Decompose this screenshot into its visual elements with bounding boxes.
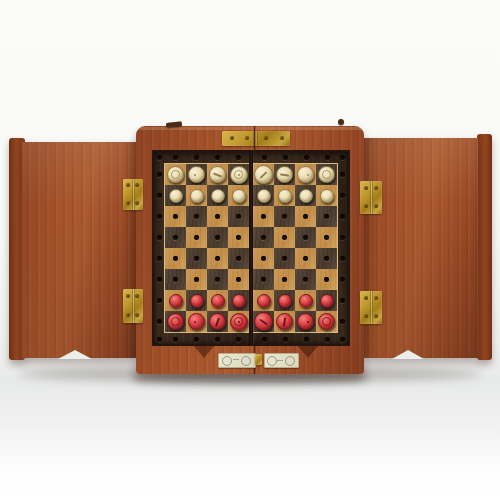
square-r2c6: [295, 206, 316, 227]
hinge-knuckle: [132, 179, 135, 210]
screw-icon: [364, 186, 368, 190]
tray-peg-hole: [262, 155, 267, 160]
square-r1c7: [316, 185, 337, 206]
square-r1c6: [295, 185, 316, 206]
square-r6c7: [316, 290, 337, 311]
square-r3c3: [228, 227, 249, 248]
screw-icon: [364, 296, 368, 300]
square-peg-hole: [215, 256, 220, 261]
square-peg-hole: [194, 214, 199, 219]
square-r5c7: [316, 269, 337, 290]
square-r4c4: [253, 248, 274, 269]
piece-red-queen: [230, 313, 248, 331]
square-r1c2: [207, 185, 228, 206]
square-r6c2: [207, 290, 228, 311]
square-peg-hole: [173, 256, 178, 261]
square-r3c4: [253, 227, 274, 248]
left-door-thumb-notch: [58, 341, 92, 359]
square-r6c5: [274, 290, 295, 311]
square-r1c4: [253, 185, 274, 206]
square-r7c0: [165, 311, 186, 332]
square-r5c6: [295, 269, 316, 290]
piece-red-rook: [318, 313, 335, 330]
tray-peg-hole: [340, 319, 345, 324]
square-r3c0: [165, 227, 186, 248]
piece-red-pawn: [257, 294, 271, 308]
square-r6c3: [228, 290, 249, 311]
square-r5c4: [253, 269, 274, 290]
tray-peg-hole: [340, 256, 345, 261]
square-r2c5: [274, 206, 295, 227]
piece-cream-pawn: [299, 189, 313, 203]
tray-peg-hole: [157, 298, 162, 303]
piece-cream-queen: [230, 166, 248, 184]
screw-icon: [364, 204, 368, 208]
square-r2c4: [253, 206, 274, 227]
tray-peg-hole: [157, 214, 162, 219]
square-peg-hole: [236, 256, 241, 261]
square-r3c1: [186, 227, 207, 248]
tray-peg-hole: [215, 337, 220, 342]
square-r4c6: [295, 248, 316, 269]
tray-peg-hole: [157, 319, 162, 324]
screw-icon: [364, 314, 368, 318]
tray-peg-hole: [340, 337, 345, 342]
square-peg-hole: [261, 277, 266, 282]
square-peg-hole: [303, 235, 308, 240]
square-peg-hole: [194, 256, 199, 261]
screw-icon: [374, 186, 378, 190]
square-peg-hole: [324, 256, 329, 261]
square-r7c6: [295, 311, 316, 332]
tray-peg-hole: [157, 235, 162, 240]
right-door-upper-hinge: [360, 181, 382, 214]
screw-icon: [135, 183, 139, 187]
square-r1c5: [274, 185, 295, 206]
square-r6c0: [165, 290, 186, 311]
square-r3c6: [295, 227, 316, 248]
piece-tray-recess: [152, 150, 350, 346]
left-door-sheen: [22, 142, 138, 358]
screw-icon: [264, 136, 268, 140]
stamp-mark: [233, 359, 239, 360]
left-door: [22, 142, 138, 358]
square-r5c2: [207, 269, 228, 290]
tray-peg-hole: [283, 155, 288, 160]
tray-peg-hole: [236, 155, 241, 160]
square-r4c2: [207, 248, 228, 269]
piece-red-pawn: [278, 294, 292, 308]
screw-icon: [374, 204, 378, 208]
square-peg-hole: [215, 235, 220, 240]
square-r4c7: [316, 248, 337, 269]
top-bar-fold-seam: [253, 126, 256, 150]
screw-icon: [135, 313, 139, 317]
square-r6c4: [253, 290, 274, 311]
right-door-sheen: [362, 138, 478, 358]
square-r2c2: [207, 206, 228, 227]
piece-red-pawn: [320, 294, 334, 308]
square-r6c1: [186, 290, 207, 311]
square-r0c0: [165, 164, 186, 185]
tray-peg-hole: [157, 256, 162, 261]
stamp-icon: [222, 356, 232, 366]
square-r7c3: [228, 311, 249, 332]
square-r4c3: [228, 248, 249, 269]
square-r0c3: [228, 164, 249, 185]
square-peg-hole: [324, 214, 329, 219]
piece-cream-rook: [167, 166, 184, 183]
stamp-icon: [241, 356, 251, 366]
square-peg-hole: [173, 277, 178, 282]
square-peg-hole: [303, 256, 308, 261]
square-r7c2: [207, 311, 228, 332]
right-door-thumb-notch: [392, 341, 424, 359]
right-door-lower-hinge: [360, 291, 382, 324]
square-peg-hole: [282, 235, 287, 240]
screw-icon: [135, 294, 139, 298]
piece-cream-pawn: [211, 189, 225, 203]
square-r5c3: [228, 269, 249, 290]
square-r3c7: [316, 227, 337, 248]
square-peg-hole: [173, 235, 178, 240]
piece-red-knight: [297, 313, 314, 330]
square-peg-hole: [261, 214, 266, 219]
piece-red-rook: [167, 313, 184, 330]
square-r1c0: [165, 185, 186, 206]
piece-red-king: [254, 312, 273, 331]
screw-icon: [126, 313, 130, 317]
top-bar-highlight: [136, 127, 364, 130]
square-peg-hole: [261, 256, 266, 261]
square-r4c5: [274, 248, 295, 269]
square-r5c1: [186, 269, 207, 290]
tray-peg-hole: [194, 337, 199, 342]
square-peg-hole: [236, 235, 241, 240]
screw-icon: [230, 136, 234, 140]
tray-peg-hole: [283, 337, 288, 342]
bottom-bar-notch: [194, 346, 214, 358]
board-right-half: [253, 164, 337, 332]
tray-peg-hole: [340, 155, 345, 160]
left-door-lower-hinge: [123, 289, 143, 323]
square-peg-hole: [215, 214, 220, 219]
piece-red-pawn: [232, 294, 246, 308]
piece-red-pawn: [211, 294, 225, 308]
right-door: [362, 138, 478, 358]
square-r1c1: [186, 185, 207, 206]
tray-peg-hole: [262, 337, 267, 342]
piece-cream-pawn: [169, 189, 183, 203]
square-r1c3: [228, 185, 249, 206]
square-peg-hole: [215, 277, 220, 282]
tray-peg-hole: [304, 155, 309, 160]
square-peg-hole: [261, 235, 266, 240]
hinge-knuckle: [132, 289, 135, 323]
piece-red-pawn: [190, 294, 204, 308]
left-door-upper-hinge: [123, 179, 143, 210]
screw-icon: [126, 201, 130, 205]
latch-knob-icon: [338, 119, 344, 125]
bottom-brass-fitting: [255, 354, 262, 365]
square-r0c4: [253, 164, 274, 185]
tray-peg-hole: [157, 277, 162, 282]
square-r0c2: [207, 164, 228, 185]
piece-cream-pawn: [257, 189, 271, 203]
screw-icon: [374, 314, 378, 318]
square-r0c6: [295, 164, 316, 185]
screw-icon: [126, 294, 130, 298]
square-r7c7: [316, 311, 337, 332]
square-r2c3: [228, 206, 249, 227]
chess-box: [136, 126, 364, 374]
tray-peg-hole: [325, 155, 330, 160]
fold-seam: [249, 150, 253, 346]
square-r2c1: [186, 206, 207, 227]
square-peg-hole: [324, 235, 329, 240]
piece-cream-pawn: [320, 189, 334, 203]
square-peg-hole: [324, 277, 329, 282]
stamp-icon: [267, 356, 277, 366]
square-r7c1: [186, 311, 207, 332]
tray-peg-hole: [340, 172, 345, 177]
tray-peg-hole: [173, 337, 178, 342]
tray-peg-hole: [325, 337, 330, 342]
paper-label-right: [264, 353, 299, 368]
square-r2c0: [165, 206, 186, 227]
hinge-knuckle: [370, 181, 373, 214]
bottom-bar-notch: [298, 346, 318, 358]
hinge-knuckle: [370, 291, 373, 324]
piece-cream-pawn: [278, 189, 292, 203]
square-peg-hole: [282, 277, 287, 282]
piece-red-pawn: [169, 294, 183, 308]
right-door-edge-lip: [477, 134, 492, 360]
square-peg-hole: [194, 277, 199, 282]
square-peg-hole: [303, 214, 308, 219]
piece-cream-pawn: [232, 189, 246, 203]
stamp-icon: [285, 356, 295, 366]
tray-peg-hole: [340, 214, 345, 219]
square-r6c6: [295, 290, 316, 311]
square-r4c1: [186, 248, 207, 269]
piece-cream-knight: [188, 166, 205, 183]
paper-label-left: [218, 353, 256, 368]
square-peg-hole: [282, 214, 287, 219]
square-r5c0: [165, 269, 186, 290]
square-peg-hole: [282, 256, 287, 261]
piece-cream-king: [254, 165, 273, 184]
tray-peg-hole: [340, 277, 345, 282]
photo-travel-chess-set: [0, 0, 500, 500]
square-r3c2: [207, 227, 228, 248]
piece-cream-rook: [318, 166, 335, 183]
piece-cream-knight: [297, 166, 314, 183]
square-peg-hole: [303, 277, 308, 282]
board-left-half: [165, 164, 249, 332]
tray-peg-hole: [157, 337, 162, 342]
piece-cream-bishop: [276, 166, 293, 183]
piece-red-knight: [188, 313, 205, 330]
screw-icon: [126, 183, 130, 187]
tray-peg-hole: [173, 155, 178, 160]
tray-peg-hole: [157, 193, 162, 198]
square-r7c4: [253, 311, 274, 332]
square-r0c7: [316, 164, 337, 185]
tray-peg-hole: [340, 193, 345, 198]
screw-icon: [135, 201, 139, 205]
piece-cream-pawn: [190, 189, 204, 203]
tray-peg-hole: [157, 155, 162, 160]
right-door-inner-shade: [362, 138, 376, 358]
top-brass-hinge: [222, 131, 290, 146]
tray-peg-hole: [340, 298, 345, 303]
square-r3c5: [274, 227, 295, 248]
square-r4c0: [165, 248, 186, 269]
screw-icon: [245, 136, 249, 140]
piece-cream-bishop: [209, 166, 226, 183]
tray-peg-hole: [340, 235, 345, 240]
tray-peg-hole: [236, 337, 241, 342]
square-peg-hole: [236, 277, 241, 282]
square-r5c5: [274, 269, 295, 290]
tray-peg-hole: [304, 337, 309, 342]
tray-peg-hole: [215, 155, 220, 160]
screw-icon: [280, 136, 284, 140]
screw-icon: [374, 296, 378, 300]
square-r7c5: [274, 311, 295, 332]
tray-peg-hole: [157, 172, 162, 177]
square-r0c5: [274, 164, 295, 185]
tray-peg-hole: [194, 155, 199, 160]
square-peg-hole: [236, 214, 241, 219]
piece-red-bishop: [209, 313, 226, 330]
piece-red-bishop: [276, 313, 293, 330]
piece-red-pawn: [299, 294, 313, 308]
stamp-mark: [277, 360, 283, 361]
square-peg-hole: [194, 235, 199, 240]
square-r0c1: [186, 164, 207, 185]
square-peg-hole: [173, 214, 178, 219]
square-r2c7: [316, 206, 337, 227]
